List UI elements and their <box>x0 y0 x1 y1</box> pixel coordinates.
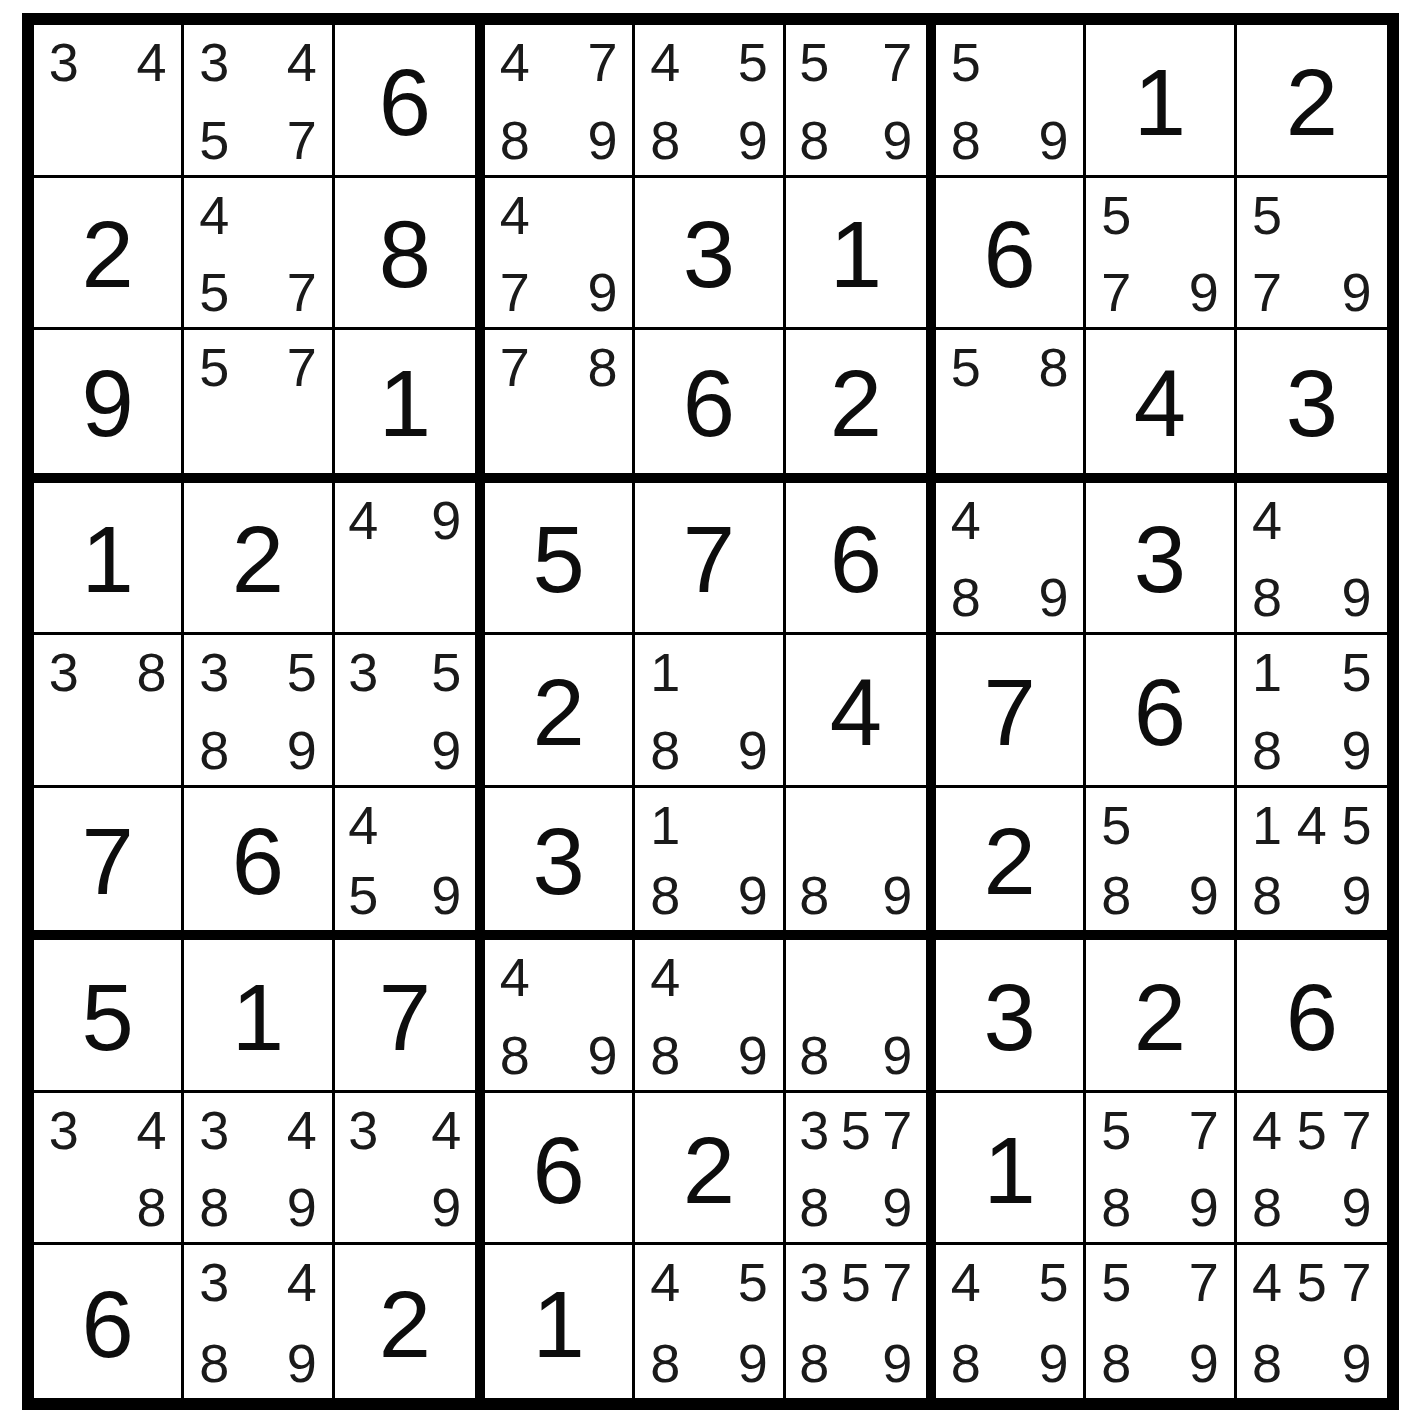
candidate-digit: 5 <box>426 644 467 700</box>
cell-r5c8[interactable]: 6 <box>1086 635 1236 788</box>
cell-r6c9[interactable]: 14589 <box>1237 788 1387 941</box>
pencil-row-bottom: 57 <box>192 112 323 168</box>
candidate-digit: 9 <box>731 867 775 923</box>
candidate-digit: 5 <box>1334 797 1379 853</box>
candidate-digit: 3 <box>794 1102 835 1158</box>
candidate-digit: 4 <box>130 34 174 90</box>
pencil-row-bottom: 89 <box>493 112 624 168</box>
solved-digit: 3 <box>936 940 1083 1090</box>
cell-r2c4[interactable]: 479 <box>485 178 635 331</box>
cell-r8c2[interactable]: 3489 <box>184 1093 334 1246</box>
solved-digit: 9 <box>34 330 181 473</box>
pencil-row-bottom: 8 <box>42 1179 173 1235</box>
cell-r1c5[interactable]: 4589 <box>635 25 785 178</box>
pencil-row-top: 357 <box>794 1102 918 1158</box>
empty-slot <box>988 1335 1032 1391</box>
cell-r6c2[interactable]: 6 <box>184 788 334 941</box>
cell-r8c7[interactable]: 1 <box>936 1093 1086 1246</box>
solved-digit: 6 <box>184 788 331 931</box>
pencil-row-bottom: 9 <box>343 722 467 778</box>
candidate-digit: 7 <box>1094 264 1138 320</box>
pencil-marks: 35789 <box>786 1093 926 1243</box>
empty-slot <box>1289 264 1334 320</box>
candidate-digit: 9 <box>1334 1179 1379 1235</box>
cell-r4c1[interactable]: 1 <box>34 483 184 636</box>
pencil-marks: 5789 <box>1086 1093 1233 1243</box>
candidate-digit: 5 <box>794 34 835 90</box>
pencil-marks: 4589 <box>635 1245 782 1398</box>
solved-digit: 6 <box>335 25 475 175</box>
empty-slot <box>384 797 425 853</box>
cell-r2c5[interactable]: 3 <box>635 178 785 331</box>
pencil-row-top: 49 <box>343 492 467 548</box>
empty-slot <box>1289 492 1334 548</box>
empty-slot <box>581 410 625 466</box>
empty-slot <box>384 722 425 778</box>
cell-r1c8[interactable]: 1 <box>1086 25 1236 178</box>
cell-r2c6[interactable]: 1 <box>786 178 936 331</box>
candidate-digit: 1 <box>643 797 687 853</box>
candidate-digit: 3 <box>192 1254 236 1310</box>
cell-r4c9[interactable]: 489 <box>1237 483 1387 636</box>
solved-digit: 6 <box>786 483 926 633</box>
pencil-marks: 189 <box>635 788 782 931</box>
pencil-marks: 589 <box>936 25 1083 175</box>
pencil-row-top: 4 <box>343 797 467 853</box>
empty-slot <box>731 797 775 853</box>
solved-digit: 4 <box>786 635 926 785</box>
cell-r8c3[interactable]: 349 <box>335 1093 485 1246</box>
candidate-digit: 7 <box>581 34 625 90</box>
pencil-marks: 3489 <box>184 1093 331 1243</box>
candidate-digit: 9 <box>1182 1179 1226 1235</box>
candidate-digit: 4 <box>1245 492 1290 548</box>
pencil-row-top: 4 <box>493 949 624 1005</box>
pencil-row-bottom: 89 <box>1245 867 1379 923</box>
cell-r7c2[interactable]: 1 <box>184 940 334 1093</box>
solved-digit: 1 <box>1086 25 1233 175</box>
pencil-marks: 489 <box>1237 483 1387 633</box>
cell-r5c5[interactable]: 189 <box>635 635 785 788</box>
empty-slot <box>835 34 876 90</box>
empty-slot <box>236 264 280 320</box>
empty-slot <box>236 1102 280 1158</box>
cell-r3c7[interactable]: 58 <box>936 330 1086 483</box>
empty-slot <box>384 644 425 700</box>
cell-r5c9[interactable]: 1589 <box>1237 635 1387 788</box>
empty-slot <box>1289 569 1334 625</box>
pencil-row-top: 145 <box>1245 797 1379 853</box>
empty-slot <box>343 1179 384 1235</box>
cell-r1c6[interactable]: 5789 <box>786 25 936 178</box>
solved-digit: 6 <box>635 330 782 473</box>
pencil-marks: 45789 <box>1237 1093 1387 1243</box>
cell-r9c7[interactable]: 4589 <box>936 1245 1086 1398</box>
pencil-row-bottom: 89 <box>944 1335 1075 1391</box>
candidate-digit: 4 <box>280 34 324 90</box>
pencil-row-top: 4 <box>944 492 1075 548</box>
cell-r9c8[interactable]: 5789 <box>1086 1245 1236 1398</box>
solved-digit: 4 <box>1086 330 1233 473</box>
candidate-digit: 9 <box>877 1027 918 1083</box>
pencil-row-bottom: 79 <box>493 264 624 320</box>
cell-r2c2[interactable]: 457 <box>184 178 334 331</box>
pencil-marks: 35789 <box>786 1245 926 1398</box>
pencil-row-bottom <box>343 569 467 625</box>
cell-r8c1[interactable]: 348 <box>34 1093 184 1246</box>
empty-slot <box>236 187 280 243</box>
empty-slot <box>581 949 625 1005</box>
cell-r4c2[interactable]: 2 <box>184 483 334 636</box>
cell-r8c6[interactable]: 35789 <box>786 1093 936 1246</box>
cell-r7c3[interactable]: 7 <box>335 940 485 1093</box>
candidate-digit: 9 <box>426 722 467 778</box>
pencil-row-top: 5 <box>1245 187 1379 243</box>
solved-digit: 7 <box>34 788 181 931</box>
cell-r5c1[interactable]: 38 <box>34 635 184 788</box>
cell-r2c8[interactable]: 579 <box>1086 178 1236 331</box>
empty-slot <box>1182 797 1226 853</box>
cell-r1c3[interactable]: 6 <box>335 25 485 178</box>
candidate-digit: 7 <box>280 112 324 168</box>
candidate-digit: 9 <box>280 1335 324 1391</box>
empty-slot <box>42 1179 86 1235</box>
cell-r8c4[interactable]: 6 <box>485 1093 635 1246</box>
candidate-digit: 8 <box>1245 569 1290 625</box>
empty-slot <box>384 1179 425 1235</box>
cell-r6c1[interactable]: 7 <box>34 788 184 941</box>
candidate-digit: 5 <box>192 264 236 320</box>
empty-slot <box>1289 867 1334 923</box>
empty-slot <box>988 410 1032 466</box>
candidate-digit: 5 <box>731 34 775 90</box>
candidate-digit: 8 <box>643 1027 687 1083</box>
candidate-digit: 4 <box>944 492 988 548</box>
empty-slot <box>236 112 280 168</box>
candidate-digit: 9 <box>877 1179 918 1235</box>
pencil-row-top: 47 <box>493 34 624 90</box>
solved-digit: 1 <box>184 940 331 1090</box>
pencil-marks: 45789 <box>1237 1245 1387 1398</box>
empty-slot <box>1032 34 1076 90</box>
candidate-digit: 7 <box>877 1102 918 1158</box>
pencil-row-top: 45 <box>643 1254 774 1310</box>
empty-slot <box>384 569 425 625</box>
cell-r4c5[interactable]: 7 <box>635 483 785 636</box>
pencil-row-bottom: 89 <box>192 1335 323 1391</box>
pencil-marks: 57 <box>184 330 331 473</box>
empty-slot <box>1032 410 1076 466</box>
pencil-row-bottom: 89 <box>192 722 323 778</box>
pencil-row-bottom: 89 <box>643 722 774 778</box>
empty-slot <box>1289 1335 1334 1391</box>
empty-slot <box>130 112 174 168</box>
pencil-marks: 5789 <box>1086 1245 1233 1398</box>
empty-slot <box>1138 187 1182 243</box>
empty-slot <box>731 949 775 1005</box>
candidate-digit: 4 <box>1289 797 1334 853</box>
solved-digit: 2 <box>335 1245 475 1398</box>
cell-r7c8[interactable]: 2 <box>1086 940 1236 1093</box>
candidate-digit: 9 <box>581 112 625 168</box>
cell-r3c8[interactable]: 4 <box>1086 330 1236 483</box>
empty-slot <box>537 339 581 395</box>
candidate-digit: 4 <box>643 949 687 1005</box>
candidate-digit: 8 <box>1245 722 1290 778</box>
candidate-digit: 5 <box>1032 1254 1076 1310</box>
cell-r9c1[interactable]: 6 <box>34 1245 184 1398</box>
cell-r7c7[interactable]: 3 <box>936 940 1086 1093</box>
candidate-digit: 8 <box>1094 867 1138 923</box>
pencil-row-top: 45 <box>944 1254 1075 1310</box>
empty-slot <box>1138 1102 1182 1158</box>
cell-r4c6[interactable]: 6 <box>786 483 936 636</box>
candidate-digit: 4 <box>1245 1254 1290 1310</box>
cell-r2c9[interactable]: 579 <box>1237 178 1387 331</box>
candidate-digit: 9 <box>581 264 625 320</box>
candidate-digit: 5 <box>1094 1254 1138 1310</box>
pencil-marks: 489 <box>635 940 782 1090</box>
empty-slot <box>687 1335 731 1391</box>
empty-slot <box>86 34 130 90</box>
cell-r8c8[interactable]: 5789 <box>1086 1093 1236 1246</box>
empty-slot <box>1334 492 1379 548</box>
empty-slot <box>835 797 876 853</box>
cell-r3c5[interactable]: 6 <box>635 330 785 483</box>
pencil-marks: 89 <box>786 940 926 1090</box>
pencil-marks: 3457 <box>184 25 331 175</box>
cell-r3c6[interactable]: 2 <box>786 330 936 483</box>
cell-r6c4[interactable]: 3 <box>485 788 635 941</box>
pencil-marks: 489 <box>936 483 1083 633</box>
pencil-row-top: 38 <box>42 644 173 700</box>
empty-slot <box>835 1027 876 1083</box>
cell-r7c9[interactable]: 6 <box>1237 940 1387 1093</box>
empty-slot <box>835 1179 876 1235</box>
cell-r5c4[interactable]: 2 <box>485 635 635 788</box>
cell-r9c5[interactable]: 4589 <box>635 1245 785 1398</box>
empty-slot <box>877 949 918 1005</box>
cell-r2c3[interactable]: 8 <box>335 178 485 331</box>
cell-r8c5[interactable]: 2 <box>635 1093 785 1246</box>
candidate-digit: 4 <box>1245 1102 1290 1158</box>
cell-r4c8[interactable]: 3 <box>1086 483 1236 636</box>
candidate-digit: 8 <box>794 1179 835 1235</box>
candidate-digit: 4 <box>643 34 687 90</box>
empty-slot <box>236 1335 280 1391</box>
candidate-digit: 9 <box>1334 867 1379 923</box>
pencil-row-bottom: 89 <box>1094 867 1225 923</box>
solved-digit: 2 <box>1086 940 1233 1090</box>
cell-r6c3[interactable]: 459 <box>335 788 485 941</box>
empty-slot <box>1289 722 1334 778</box>
pencil-row-top: 1 <box>643 644 774 700</box>
candidate-digit: 4 <box>493 187 537 243</box>
cell-r9c4[interactable]: 1 <box>485 1245 635 1398</box>
pencil-row-bottom: 89 <box>192 1179 323 1235</box>
candidate-digit: 5 <box>1094 187 1138 243</box>
candidate-digit: 7 <box>1245 264 1290 320</box>
candidate-digit: 3 <box>42 34 86 90</box>
empty-slot <box>835 949 876 1005</box>
solved-digit: 7 <box>635 483 782 633</box>
empty-slot <box>537 410 581 466</box>
cell-r3c4[interactable]: 78 <box>485 330 635 483</box>
pencil-marks: 189 <box>635 635 782 785</box>
pencil-marks: 78 <box>485 330 632 473</box>
candidate-digit: 7 <box>1182 1102 1226 1158</box>
empty-slot <box>537 1027 581 1083</box>
empty-slot <box>1289 644 1334 700</box>
cell-r3c9[interactable]: 3 <box>1237 330 1387 483</box>
pencil-marks: 359 <box>335 635 475 785</box>
cell-r5c7[interactable]: 7 <box>936 635 1086 788</box>
candidate-digit: 4 <box>192 187 236 243</box>
pencil-row-bottom <box>192 410 323 466</box>
solved-digit: 3 <box>485 788 632 931</box>
empty-slot <box>236 1179 280 1235</box>
candidate-digit: 8 <box>1245 1179 1290 1235</box>
cell-r1c9[interactable]: 2 <box>1237 25 1387 178</box>
cell-r3c1[interactable]: 9 <box>34 330 184 483</box>
candidate-digit: 5 <box>343 867 384 923</box>
cell-r1c1[interactable]: 34 <box>34 25 184 178</box>
candidate-digit: 9 <box>426 1179 467 1235</box>
candidate-digit: 9 <box>1182 867 1226 923</box>
cell-r9c2[interactable]: 3489 <box>184 1245 334 1398</box>
pencil-row-bottom <box>42 112 173 168</box>
cell-r5c6[interactable]: 4 <box>786 635 936 788</box>
candidate-digit: 9 <box>1032 112 1076 168</box>
empty-slot <box>236 410 280 466</box>
cell-r2c7[interactable]: 6 <box>936 178 1086 331</box>
cell-r9c6[interactable]: 35789 <box>786 1245 936 1398</box>
candidate-digit: 1 <box>1245 797 1290 853</box>
candidate-digit: 9 <box>731 1335 775 1391</box>
candidate-digit: 9 <box>1182 264 1226 320</box>
empty-slot <box>1138 264 1182 320</box>
solved-digit: 6 <box>1086 635 1233 785</box>
cell-r9c9[interactable]: 45789 <box>1237 1245 1387 1398</box>
cell-r1c4[interactable]: 4789 <box>485 25 635 178</box>
empty-slot <box>537 264 581 320</box>
pencil-row-top: 34 <box>42 34 173 90</box>
cell-r7c1[interactable]: 5 <box>34 940 184 1093</box>
empty-slot <box>236 339 280 395</box>
cell-r4c7[interactable]: 489 <box>936 483 1086 636</box>
candidate-digit: 5 <box>1289 1254 1334 1310</box>
empty-slot <box>426 797 467 853</box>
cell-r4c4[interactable]: 5 <box>485 483 635 636</box>
cell-r1c2[interactable]: 3457 <box>184 25 334 178</box>
cell-r6c7[interactable]: 2 <box>936 788 1086 941</box>
empty-slot <box>537 112 581 168</box>
cell-r2c1[interactable]: 2 <box>34 178 184 331</box>
candidate-digit: 9 <box>1334 569 1379 625</box>
candidate-digit: 9 <box>1182 1335 1226 1391</box>
candidate-digit: 4 <box>130 1102 174 1158</box>
pencil-row-bottom <box>42 722 173 778</box>
candidate-digit: 7 <box>1334 1254 1379 1310</box>
empty-slot <box>581 187 625 243</box>
solved-digit: 2 <box>1237 25 1387 175</box>
cell-r7c4[interactable]: 489 <box>485 940 635 1093</box>
pencil-row-bottom: 89 <box>643 112 774 168</box>
cell-r7c5[interactable]: 489 <box>635 940 785 1093</box>
pencil-row-top: 15 <box>1245 644 1379 700</box>
solved-digit: 6 <box>34 1245 181 1398</box>
candidate-digit: 8 <box>1245 867 1290 923</box>
pencil-row-top: 34 <box>192 34 323 90</box>
empty-slot <box>493 410 537 466</box>
candidate-digit: 8 <box>192 1179 236 1235</box>
empty-slot <box>1289 187 1334 243</box>
pencil-marks: 38 <box>34 635 181 785</box>
pencil-row-bottom: 89 <box>643 1027 774 1083</box>
cell-r3c2[interactable]: 57 <box>184 330 334 483</box>
empty-slot <box>988 112 1032 168</box>
solved-digit: 2 <box>184 483 331 633</box>
pencil-row-bottom: 89 <box>794 1335 918 1391</box>
empty-slot <box>794 797 835 853</box>
empty-slot <box>236 722 280 778</box>
cell-r6c6[interactable]: 89 <box>786 788 936 941</box>
cell-r1c7[interactable]: 589 <box>936 25 1086 178</box>
solved-digit: 2 <box>786 330 926 473</box>
candidate-digit: 7 <box>877 1254 918 1310</box>
candidate-digit: 5 <box>835 1254 876 1310</box>
pencil-marks: 459 <box>335 788 475 931</box>
pencil-marks: 1589 <box>1237 635 1387 785</box>
pencil-marks: 14589 <box>1237 788 1387 931</box>
candidate-digit: 8 <box>794 1027 835 1083</box>
candidate-digit: 4 <box>426 1102 467 1158</box>
candidate-digit: 8 <box>1094 1335 1138 1391</box>
cell-r3c3[interactable]: 1 <box>335 330 485 483</box>
empty-slot <box>687 1254 731 1310</box>
candidate-digit: 9 <box>426 867 467 923</box>
empty-slot <box>687 797 731 853</box>
empty-slot <box>86 1102 130 1158</box>
cell-r6c8[interactable]: 589 <box>1086 788 1236 941</box>
pencil-row-bottom: 89 <box>944 112 1075 168</box>
pencil-marks: 3589 <box>184 635 331 785</box>
candidate-digit: 8 <box>794 867 835 923</box>
pencil-row-top: 34 <box>192 1254 323 1310</box>
cell-r4c3[interactable]: 49 <box>335 483 485 636</box>
cell-r7c6[interactable]: 89 <box>786 940 936 1093</box>
pencil-marks: 589 <box>1086 788 1233 931</box>
candidate-digit: 9 <box>1334 722 1379 778</box>
candidate-digit: 8 <box>192 1335 236 1391</box>
empty-slot <box>944 410 988 466</box>
candidate-digit: 9 <box>731 722 775 778</box>
cell-r5c2[interactable]: 3589 <box>184 635 334 788</box>
cell-r5c3[interactable]: 359 <box>335 635 485 788</box>
solved-digit: 8 <box>335 178 475 328</box>
solved-digit: 1 <box>335 330 475 473</box>
candidate-digit: 9 <box>280 1179 324 1235</box>
pencil-row-bottom: 89 <box>1245 1335 1379 1391</box>
pencil-row-bottom: 79 <box>1245 264 1379 320</box>
empty-slot <box>236 1254 280 1310</box>
cell-r9c3[interactable]: 2 <box>335 1245 485 1398</box>
candidate-digit: 8 <box>130 644 174 700</box>
cell-r6c5[interactable]: 189 <box>635 788 785 941</box>
candidate-digit: 9 <box>877 867 918 923</box>
pencil-row-top: 35 <box>192 644 323 700</box>
cell-r8c9[interactable]: 45789 <box>1237 1093 1387 1246</box>
